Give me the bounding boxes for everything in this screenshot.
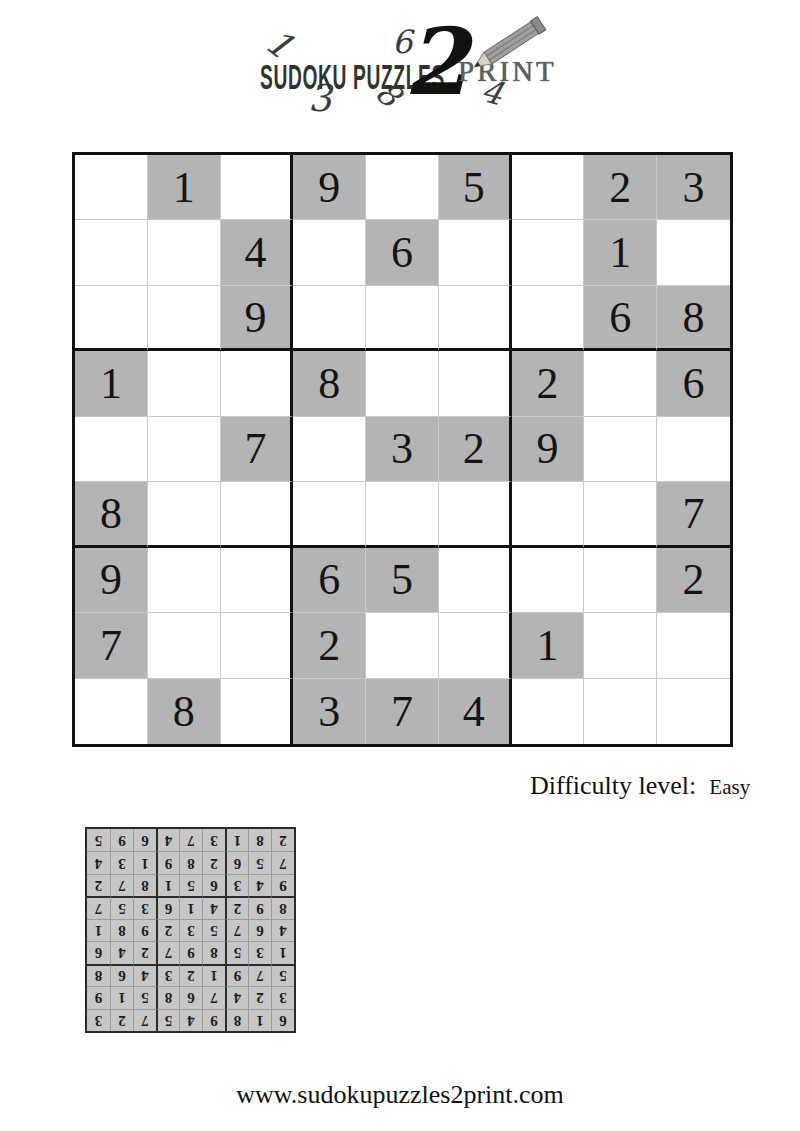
solution-cell-r3c7: 4 — [133, 964, 156, 986]
solution-cell-r4c4: 8 — [202, 941, 225, 963]
solution-cell-r3c3: 9 — [225, 964, 248, 986]
cell-r8c8 — [584, 613, 657, 678]
solution-cell-r7c7: 8 — [133, 874, 156, 896]
solution-cell-r6c7: 3 — [133, 896, 156, 918]
cell-r8c1: 7 — [75, 613, 148, 678]
cell-r2c7 — [512, 220, 585, 285]
solution-cell-r2c9: 9 — [87, 986, 110, 1008]
solution-cell-r6c6: 6 — [156, 896, 179, 918]
sudoku-board: 19523461968182673298796527218374 — [72, 152, 733, 747]
cell-r5c4 — [293, 417, 366, 482]
solution-cell-r9c4: 3 — [202, 829, 225, 851]
solution-cell-r2c2: 2 — [248, 986, 271, 1008]
cell-r1c8: 2 — [584, 155, 657, 220]
cell-r1c3 — [221, 155, 294, 220]
solution-cell-r3c2: 7 — [248, 964, 271, 986]
cell-r8c2 — [148, 613, 221, 678]
cell-r9c2: 8 — [148, 679, 221, 744]
solution-cell-r8c5: 8 — [179, 851, 202, 873]
cell-r6c8 — [584, 482, 657, 547]
solution-cell-r9c5: 7 — [179, 829, 202, 851]
cell-r5c6: 2 — [439, 417, 512, 482]
website-url: www.sudokupuzzles2print.com — [0, 1080, 800, 1110]
solution-cell-r9c6: 4 — [156, 829, 179, 851]
cell-r9c5: 7 — [366, 679, 439, 744]
solution-cell-r2c3: 4 — [225, 986, 248, 1008]
cell-r3c9: 8 — [657, 286, 730, 351]
logo: 1 3 6 8 4 SUDOKU PUZZLES 2 PRINT — [220, 14, 610, 119]
cell-r9c1 — [75, 679, 148, 744]
cell-r9c6: 4 — [439, 679, 512, 744]
cell-r4c4: 8 — [293, 351, 366, 416]
cell-r7c9: 2 — [657, 548, 730, 613]
cell-r2c4 — [293, 220, 366, 285]
cell-r1c9: 3 — [657, 155, 730, 220]
cell-r6c6 — [439, 482, 512, 547]
solution-cell-r7c6: 1 — [156, 874, 179, 896]
solution-cell-r4c8: 4 — [110, 941, 133, 963]
solution-cell-r3c1: 5 — [271, 964, 294, 986]
solution-cell-r3c5: 2 — [179, 964, 202, 986]
cell-r4c6 — [439, 351, 512, 416]
cell-r7c7 — [512, 548, 585, 613]
solution-cell-r4c5: 9 — [179, 941, 202, 963]
cell-r9c9 — [657, 679, 730, 744]
cell-r4c7: 2 — [512, 351, 585, 416]
solution-cell-r1c9: 3 — [87, 1009, 110, 1031]
cell-r7c5: 5 — [366, 548, 439, 613]
cell-r6c9: 7 — [657, 482, 730, 547]
solution-cell-r6c1: 8 — [271, 896, 294, 918]
cell-r9c7 — [512, 679, 585, 744]
solution-cell-r2c5: 6 — [179, 986, 202, 1008]
cell-r4c8 — [584, 351, 657, 416]
solution-cell-r2c4: 7 — [202, 986, 225, 1008]
cell-r7c1: 9 — [75, 548, 148, 613]
cell-r1c2: 1 — [148, 155, 221, 220]
cell-r8c4: 2 — [293, 613, 366, 678]
solution-cell-r2c7: 5 — [133, 986, 156, 1008]
cell-r1c5 — [366, 155, 439, 220]
solution-cell-r6c2: 9 — [248, 896, 271, 918]
cell-r8c5 — [366, 613, 439, 678]
cell-r5c2 — [148, 417, 221, 482]
cell-r8c9 — [657, 613, 730, 678]
cell-r9c3 — [221, 679, 294, 744]
cell-r1c6: 5 — [439, 155, 512, 220]
cell-r4c2 — [148, 351, 221, 416]
cell-r4c1: 1 — [75, 351, 148, 416]
solution-cell-r1c4: 9 — [202, 1009, 225, 1031]
cell-r4c9: 6 — [657, 351, 730, 416]
solution-cell-r1c8: 2 — [110, 1009, 133, 1031]
cell-r6c5 — [366, 482, 439, 547]
solution-cell-r7c9: 2 — [87, 874, 110, 896]
cell-r5c7: 9 — [512, 417, 585, 482]
cell-r7c4: 6 — [293, 548, 366, 613]
solution-cell-r4c1: 1 — [271, 941, 294, 963]
solution-cell-r7c8: 7 — [110, 874, 133, 896]
cell-r5c9 — [657, 417, 730, 482]
cell-r2c9 — [657, 220, 730, 285]
solution-cell-r4c2: 3 — [248, 941, 271, 963]
solution-cell-r9c1: 2 — [271, 829, 294, 851]
cell-r7c3 — [221, 548, 294, 613]
solution-cell-r8c2: 5 — [248, 851, 271, 873]
cell-r3c7 — [512, 286, 585, 351]
cell-r5c3: 7 — [221, 417, 294, 482]
solution-cell-r5c2: 6 — [248, 919, 271, 941]
cell-r8c6 — [439, 613, 512, 678]
cell-r2c8: 1 — [584, 220, 657, 285]
solution-cell-r7c1: 9 — [271, 874, 294, 896]
solution-cell-r3c8: 6 — [110, 964, 133, 986]
cell-r7c6 — [439, 548, 512, 613]
cell-r6c4 — [293, 482, 366, 547]
cell-r9c4: 3 — [293, 679, 366, 744]
solution-cell-r9c7: 6 — [133, 829, 156, 851]
solution-cell-r6c9: 7 — [87, 896, 110, 918]
difficulty-line: Difficulty level: Easy — [530, 771, 750, 801]
solution-cell-r6c8: 5 — [110, 896, 133, 918]
solution-cell-r1c1: 6 — [271, 1009, 294, 1031]
difficulty-value: Easy — [709, 775, 750, 800]
solution-cell-r4c9: 6 — [87, 941, 110, 963]
solution-cell-r8c9: 4 — [87, 851, 110, 873]
solution-cell-r5c4: 5 — [202, 919, 225, 941]
cell-r8c7: 1 — [512, 613, 585, 678]
solution-cell-r1c2: 1 — [248, 1009, 271, 1031]
solution-cell-r3c6: 3 — [156, 964, 179, 986]
solution-cell-r5c8: 8 — [110, 919, 133, 941]
cell-r8c3 — [221, 613, 294, 678]
cell-r6c3 — [221, 482, 294, 547]
solution-cell-r9c8: 9 — [110, 829, 133, 851]
solution-cell-r7c4: 6 — [202, 874, 225, 896]
cell-r1c1 — [75, 155, 148, 220]
cell-r3c4 — [293, 286, 366, 351]
cell-r2c1 — [75, 220, 148, 285]
solution-cell-r5c3: 7 — [225, 919, 248, 941]
cell-r4c5 — [366, 351, 439, 416]
solution-cell-r9c9: 5 — [87, 829, 110, 851]
cell-r3c6 — [439, 286, 512, 351]
cell-r2c6 — [439, 220, 512, 285]
cell-r2c5: 6 — [366, 220, 439, 285]
difficulty-label: Difficulty level: — [530, 771, 696, 801]
solution-cell-r2c8: 1 — [110, 986, 133, 1008]
solution-cell-r8c7: 1 — [133, 851, 156, 873]
solution-cell-r4c3: 5 — [225, 941, 248, 963]
solution-cell-r2c1: 3 — [271, 986, 294, 1008]
solution-cell-r1c7: 7 — [133, 1009, 156, 1031]
solution-cell-r7c3: 3 — [225, 874, 248, 896]
solution-cell-r8c8: 3 — [110, 851, 133, 873]
solution-cell-r1c6: 5 — [156, 1009, 179, 1031]
cell-r7c8 — [584, 548, 657, 613]
solution-cell-r5c9: 1 — [87, 919, 110, 941]
solution-cell-r8c1: 7 — [271, 851, 294, 873]
solution-cell-r1c3: 8 — [225, 1009, 248, 1031]
solution-cell-r3c9: 8 — [87, 964, 110, 986]
cell-r6c1: 8 — [75, 482, 148, 547]
solution-cell-r5c1: 4 — [271, 919, 294, 941]
solution-cell-r9c2: 8 — [248, 829, 271, 851]
solution-cell-r7c2: 4 — [248, 874, 271, 896]
solution-cell-r9c3: 1 — [225, 829, 248, 851]
solution-cell-r8c4: 2 — [202, 851, 225, 873]
solution-cell-r7c5: 5 — [179, 874, 202, 896]
cell-r2c2 — [148, 220, 221, 285]
cell-r4c3 — [221, 351, 294, 416]
solution-cell-r6c5: 1 — [179, 896, 202, 918]
solution-cell-r5c5: 3 — [179, 919, 202, 941]
cell-r6c7 — [512, 482, 585, 547]
cell-r1c7 — [512, 155, 585, 220]
solution-board-upside-down: 6189457233247685195791234681358972464675… — [85, 827, 296, 1033]
cell-r2c3: 4 — [221, 220, 294, 285]
solution-cell-r6c4: 4 — [202, 896, 225, 918]
cell-r9c8 — [584, 679, 657, 744]
solution-cell-r3c4: 1 — [202, 964, 225, 986]
pencil-icon — [458, 14, 558, 76]
solution-cell-r8c3: 6 — [225, 851, 248, 873]
cell-r5c5: 3 — [366, 417, 439, 482]
solution-cell-r5c7: 9 — [133, 919, 156, 941]
solution-cell-r5c6: 2 — [156, 919, 179, 941]
solution-cell-r2c6: 8 — [156, 986, 179, 1008]
solution-cell-r6c3: 2 — [225, 896, 248, 918]
cell-r6c2 — [148, 482, 221, 547]
cell-r7c2 — [148, 548, 221, 613]
cell-r3c8: 6 — [584, 286, 657, 351]
cell-r3c2 — [148, 286, 221, 351]
cell-r3c3: 9 — [221, 286, 294, 351]
cell-r3c5 — [366, 286, 439, 351]
solution-cell-r8c6: 9 — [156, 851, 179, 873]
solution-cell-r4c6: 7 — [156, 941, 179, 963]
solution-cell-r4c7: 2 — [133, 941, 156, 963]
cell-r5c1 — [75, 417, 148, 482]
solution-cell-r1c5: 4 — [179, 1009, 202, 1031]
cell-r5c8 — [584, 417, 657, 482]
cell-r1c4: 9 — [293, 155, 366, 220]
cell-r3c1 — [75, 286, 148, 351]
